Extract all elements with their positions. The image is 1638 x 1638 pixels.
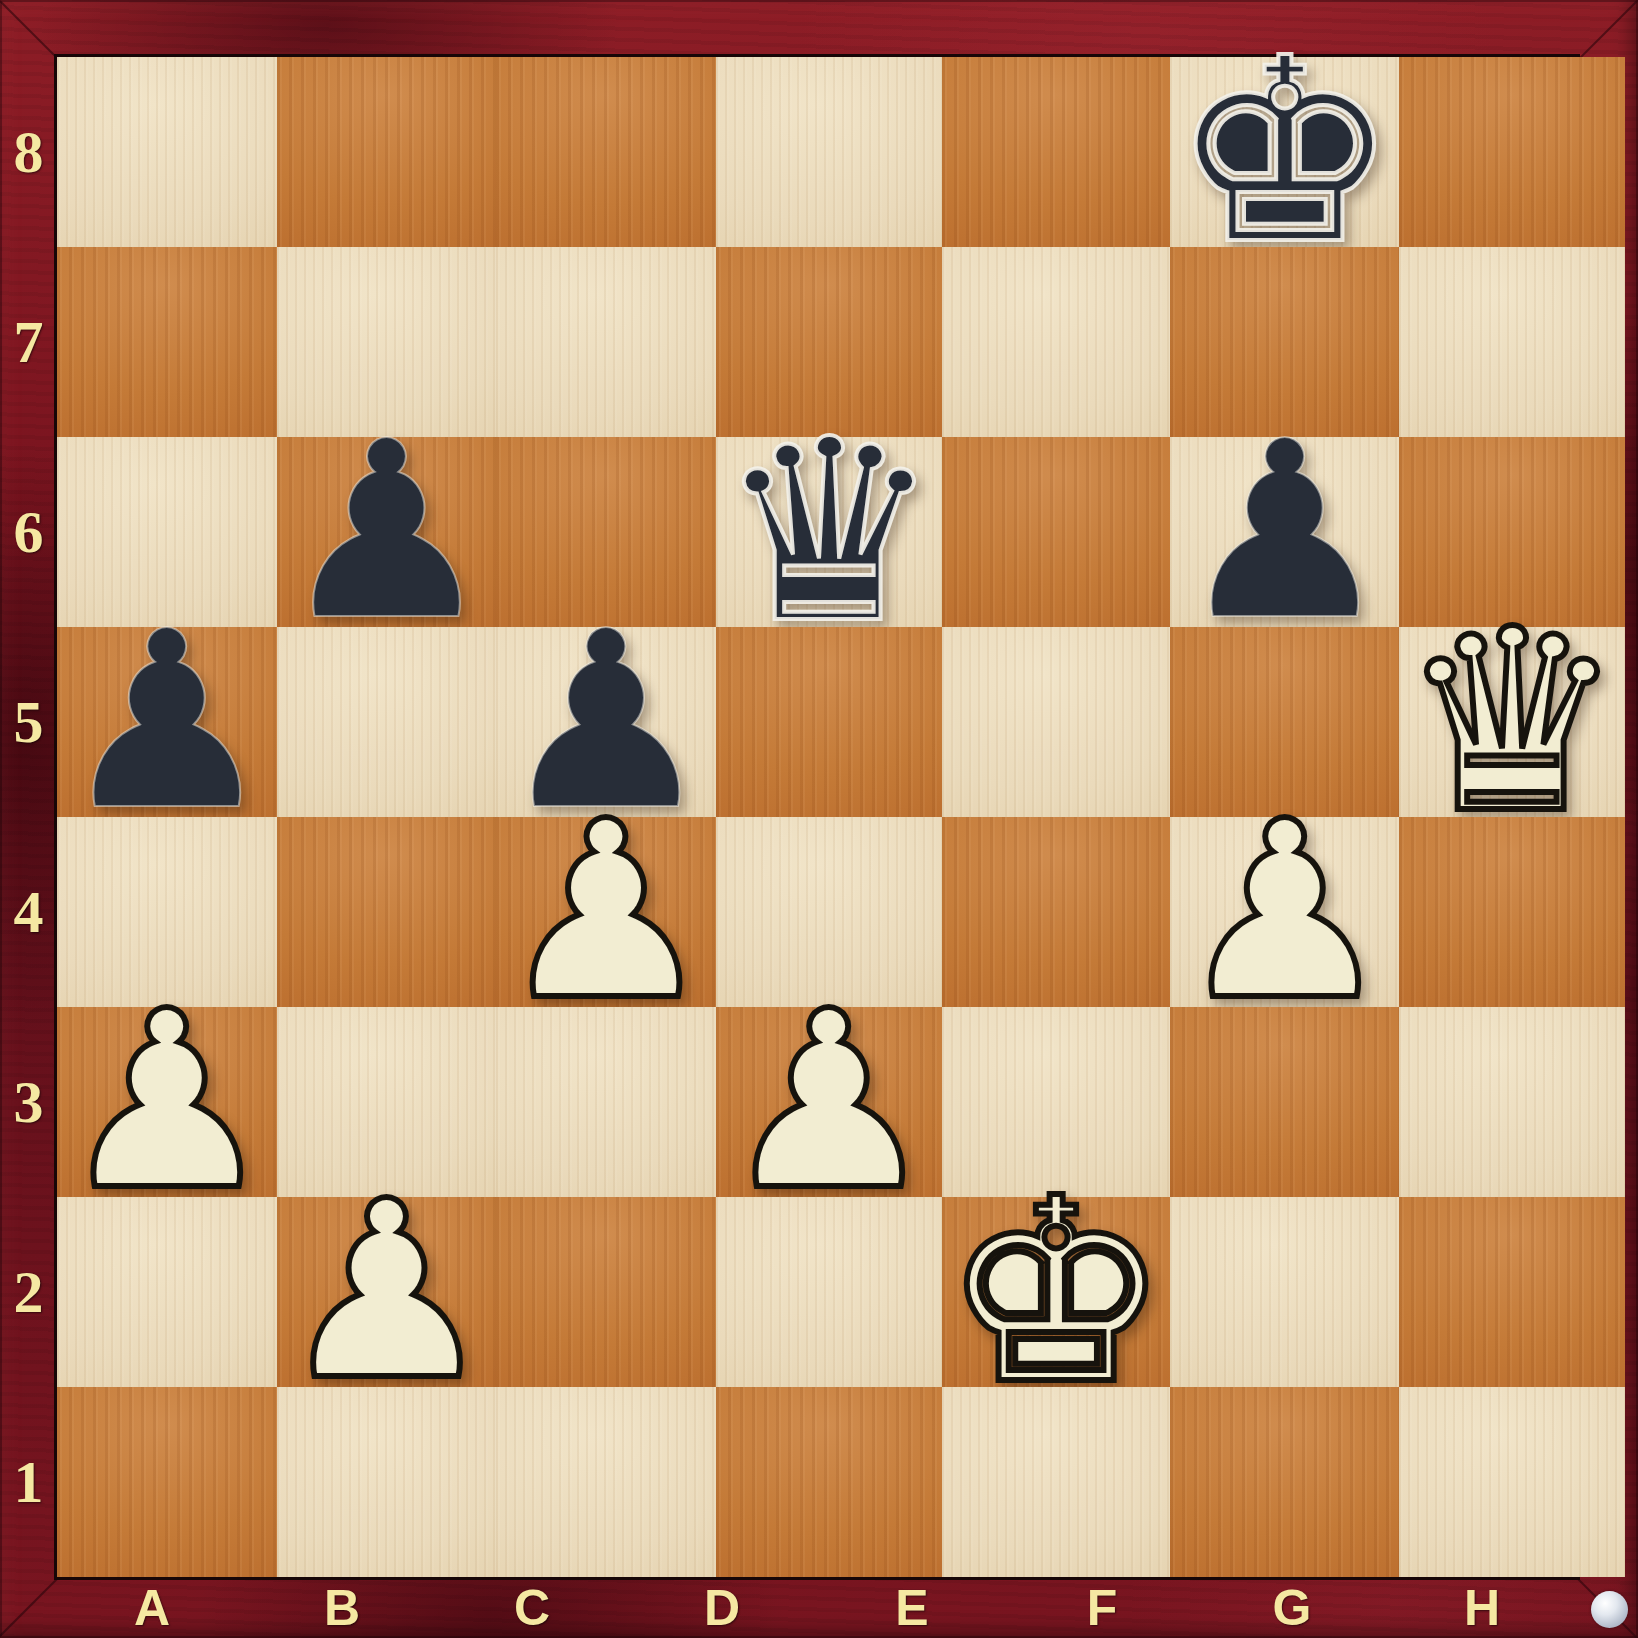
rank-label-7: 7	[0, 247, 57, 437]
square-e3[interactable]: ♟	[716, 1007, 942, 1197]
piece-black-pawn[interactable]: ♟	[57, 627, 277, 817]
square-b4[interactable]	[277, 817, 497, 1007]
file-label-f: F	[1007, 1578, 1197, 1638]
square-f1[interactable]	[942, 1387, 1171, 1577]
file-coordinates: ABCDEFGH	[57, 1578, 1577, 1638]
square-g8[interactable]: ♚	[1170, 57, 1399, 247]
square-f4[interactable]	[942, 817, 1171, 1007]
square-b6[interactable]: ♟	[277, 437, 497, 627]
square-f5[interactable]	[942, 627, 1171, 817]
square-a8[interactable]	[57, 57, 277, 247]
square-b5[interactable]	[277, 627, 497, 817]
piece-white-pawn[interactable]: ♟	[496, 817, 716, 1007]
square-d1[interactable]	[496, 1387, 716, 1577]
square-g6[interactable]: ♟	[1170, 437, 1399, 627]
rank-label-8: 8	[0, 57, 57, 247]
square-f8[interactable]	[942, 57, 1171, 247]
square-b8[interactable]	[277, 57, 497, 247]
rank-label-1: 1	[0, 1387, 57, 1577]
piece-white-pawn[interactable]: ♟	[57, 1007, 277, 1197]
square-h1[interactable]	[1399, 1387, 1625, 1577]
square-f7[interactable]	[942, 247, 1171, 437]
square-h4[interactable]	[1399, 817, 1625, 1007]
square-a3[interactable]: ♟	[57, 1007, 277, 1197]
piece-black-pawn[interactable]: ♟	[277, 437, 497, 627]
rank-label-3: 3	[0, 1007, 57, 1197]
square-e2[interactable]	[716, 1197, 942, 1387]
square-h3[interactable]	[1399, 1007, 1625, 1197]
square-g3[interactable]	[1170, 1007, 1399, 1197]
square-e1[interactable]	[716, 1387, 942, 1577]
square-a1[interactable]	[57, 1387, 277, 1577]
piece-black-king[interactable]: ♚	[1170, 57, 1399, 247]
square-h2[interactable]	[1399, 1197, 1625, 1387]
square-a7[interactable]	[57, 247, 277, 437]
square-a2[interactable]	[57, 1197, 277, 1387]
square-f2[interactable]: ♚	[942, 1197, 1171, 1387]
square-g2[interactable]	[1170, 1197, 1399, 1387]
rank-label-4: 4	[0, 817, 57, 1007]
chess-board-frame: ♚♟♛♟♟♟♛♟♟♟♟♟♚ 87654321 ABCDEFGH	[0, 0, 1638, 1638]
square-a5[interactable]: ♟	[57, 627, 277, 817]
square-d3[interactable]	[496, 1007, 716, 1197]
chess-board: ♚♟♛♟♟♟♛♟♟♟♟♟♚	[57, 57, 1577, 1577]
corner-ball-handle[interactable]	[1591, 1591, 1628, 1628]
file-label-g: G	[1197, 1578, 1387, 1638]
square-g1[interactable]	[1170, 1387, 1399, 1577]
piece-white-pawn[interactable]: ♟	[1175, 817, 1395, 1007]
square-h5[interactable]: ♛	[1399, 627, 1625, 817]
piece-white-pawn[interactable]: ♟	[719, 1007, 939, 1197]
rank-label-5: 5	[0, 627, 57, 817]
piece-black-pawn[interactable]: ♟	[1175, 437, 1395, 627]
frame-corner-seam	[0, 0, 58, 59]
frame-corner-seam	[1579, 0, 1638, 59]
rank-coordinates: 87654321	[0, 57, 57, 1577]
square-b2[interactable]: ♟	[277, 1197, 497, 1387]
square-d4[interactable]: ♟	[496, 817, 716, 1007]
square-f6[interactable]	[942, 437, 1171, 627]
square-d8[interactable]	[496, 57, 716, 247]
square-h7[interactable]	[1399, 247, 1625, 437]
file-label-d: D	[627, 1578, 817, 1638]
rank-label-2: 2	[0, 1197, 57, 1387]
file-label-h: H	[1387, 1578, 1577, 1638]
piece-white-pawn[interactable]: ♟	[277, 1197, 497, 1387]
square-g4[interactable]: ♟	[1170, 817, 1399, 1007]
square-e6[interactable]: ♛	[716, 437, 942, 627]
file-label-b: B	[247, 1578, 437, 1638]
square-e5[interactable]	[716, 627, 942, 817]
square-b1[interactable]	[277, 1387, 497, 1577]
piece-white-queen[interactable]: ♛	[1399, 627, 1625, 817]
square-d2[interactable]	[496, 1197, 716, 1387]
square-d7[interactable]	[496, 247, 716, 437]
piece-black-queen[interactable]: ♛	[716, 437, 942, 627]
piece-white-king[interactable]: ♚	[942, 1197, 1171, 1387]
file-label-c: C	[437, 1578, 627, 1638]
rank-label-6: 6	[0, 437, 57, 627]
file-label-a: A	[57, 1578, 247, 1638]
square-e8[interactable]	[716, 57, 942, 247]
frame-corner-seam	[0, 1578, 58, 1638]
file-label-e: E	[817, 1578, 1007, 1638]
square-h8[interactable]	[1399, 57, 1625, 247]
